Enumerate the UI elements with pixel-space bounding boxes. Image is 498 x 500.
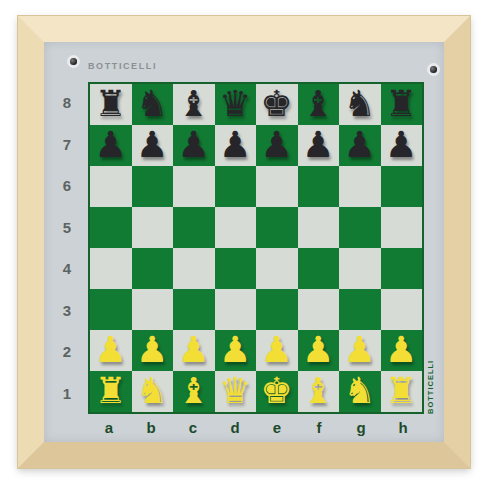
square-f7[interactable]: ♟ — [298, 125, 340, 166]
square-h8[interactable]: ♜ — [381, 84, 423, 125]
piece-black-pawn[interactable]: ♟ — [344, 127, 376, 163]
chess-board: ♜♞♝♛♚♝♞♜♟♟♟♟♟♟♟♟♟♟♟♟♟♟♟♟♜♞♝♛♚♝♞♜ — [88, 82, 424, 414]
square-b5[interactable] — [132, 207, 174, 248]
square-c2[interactable]: ♟ — [173, 330, 215, 371]
file-label-b: b — [130, 414, 172, 440]
rank-label-4: 4 — [44, 248, 86, 290]
square-f2[interactable]: ♟ — [298, 330, 340, 371]
file-label-a: a — [88, 414, 130, 440]
square-e3[interactable] — [256, 289, 298, 330]
square-b8[interactable]: ♞ — [132, 84, 174, 125]
piece-white-pawn[interactable]: ♟ — [261, 332, 293, 368]
piece-white-pawn[interactable]: ♟ — [344, 332, 376, 368]
rank-label-5: 5 — [44, 207, 86, 249]
file-label-h: h — [382, 414, 424, 440]
screw-top-right-icon — [430, 66, 437, 73]
wooden-frame: BOTTICELLI 87654321 ♜♞♝♛♚♝♞♜♟♟♟♟♟♟♟♟♟♟♟♟… — [18, 16, 470, 468]
file-label-d: d — [214, 414, 256, 440]
file-label-g: g — [340, 414, 382, 440]
file-labels: abcdefgh — [88, 414, 424, 440]
square-a1[interactable]: ♜ — [90, 371, 132, 412]
brand-label-top: BOTTICELLI — [88, 61, 157, 71]
piece-black-rook[interactable]: ♜ — [95, 86, 127, 122]
file-label-e: e — [256, 414, 298, 440]
piece-white-rook[interactable]: ♜ — [95, 373, 127, 409]
rank-label-1: 1 — [44, 373, 86, 415]
square-b7[interactable]: ♟ — [132, 125, 174, 166]
square-a8[interactable]: ♜ — [90, 84, 132, 125]
piece-white-pawn[interactable]: ♟ — [178, 332, 210, 368]
square-g5[interactable] — [339, 207, 381, 248]
square-a6[interactable] — [90, 166, 132, 207]
square-b2[interactable]: ♟ — [132, 330, 174, 371]
square-d4[interactable] — [215, 248, 257, 289]
square-g6[interactable] — [339, 166, 381, 207]
piece-white-bishop[interactable]: ♝ — [302, 373, 334, 409]
square-d6[interactable] — [215, 166, 257, 207]
piece-white-knight[interactable]: ♞ — [136, 373, 168, 409]
piece-black-queen[interactable]: ♛ — [219, 86, 251, 122]
square-g3[interactable] — [339, 289, 381, 330]
piece-white-bishop[interactable]: ♝ — [178, 373, 210, 409]
square-a7[interactable]: ♟ — [90, 125, 132, 166]
square-h2[interactable]: ♟ — [381, 330, 423, 371]
square-e1[interactable]: ♚ — [256, 371, 298, 412]
square-g1[interactable]: ♞ — [339, 371, 381, 412]
rank-labels: 87654321 — [44, 82, 86, 414]
piece-white-rook[interactable]: ♜ — [385, 373, 417, 409]
piece-white-queen[interactable]: ♛ — [219, 373, 251, 409]
rank-label-2: 2 — [44, 331, 86, 373]
piece-white-knight[interactable]: ♞ — [344, 373, 376, 409]
square-c1[interactable]: ♝ — [173, 371, 215, 412]
square-h4[interactable] — [381, 248, 423, 289]
square-d3[interactable] — [215, 289, 257, 330]
square-f6[interactable] — [298, 166, 340, 207]
square-d7[interactable]: ♟ — [215, 125, 257, 166]
square-c3[interactable] — [173, 289, 215, 330]
piece-black-pawn[interactable]: ♟ — [385, 127, 417, 163]
screw-top-left-icon — [70, 58, 77, 65]
square-e8[interactable]: ♚ — [256, 84, 298, 125]
piece-black-pawn[interactable]: ♟ — [302, 127, 334, 163]
piece-black-king[interactable]: ♚ — [261, 86, 293, 122]
square-b4[interactable] — [132, 248, 174, 289]
square-f1[interactable]: ♝ — [298, 371, 340, 412]
piece-black-pawn[interactable]: ♟ — [136, 127, 168, 163]
square-g7[interactable]: ♟ — [339, 125, 381, 166]
square-c6[interactable] — [173, 166, 215, 207]
board-panel: BOTTICELLI 87654321 ♜♞♝♛♚♝♞♜♟♟♟♟♟♟♟♟♟♟♟♟… — [44, 42, 444, 442]
piece-black-pawn[interactable]: ♟ — [95, 127, 127, 163]
square-d1[interactable]: ♛ — [215, 371, 257, 412]
square-e6[interactable] — [256, 166, 298, 207]
piece-white-pawn[interactable]: ♟ — [219, 332, 251, 368]
square-d5[interactable] — [215, 207, 257, 248]
square-f3[interactable] — [298, 289, 340, 330]
piece-black-pawn[interactable]: ♟ — [261, 127, 293, 163]
square-d2[interactable]: ♟ — [215, 330, 257, 371]
square-e4[interactable] — [256, 248, 298, 289]
piece-black-bishop[interactable]: ♝ — [178, 86, 210, 122]
square-c7[interactable]: ♟ — [173, 125, 215, 166]
square-g2[interactable]: ♟ — [339, 330, 381, 371]
square-c8[interactable]: ♝ — [173, 84, 215, 125]
square-h5[interactable] — [381, 207, 423, 248]
square-b3[interactable] — [132, 289, 174, 330]
brand-label-side: BOTTICELLI — [426, 358, 435, 414]
piece-black-knight[interactable]: ♞ — [344, 86, 376, 122]
rank-label-3: 3 — [44, 290, 86, 332]
piece-white-pawn[interactable]: ♟ — [385, 332, 417, 368]
piece-black-bishop[interactable]: ♝ — [302, 86, 334, 122]
square-f8[interactable]: ♝ — [298, 84, 340, 125]
piece-white-pawn[interactable]: ♟ — [136, 332, 168, 368]
square-e7[interactable]: ♟ — [256, 125, 298, 166]
file-label-f: f — [298, 414, 340, 440]
rank-label-7: 7 — [44, 124, 86, 166]
piece-black-pawn[interactable]: ♟ — [219, 127, 251, 163]
rank-label-6: 6 — [44, 165, 86, 207]
piece-black-knight[interactable]: ♞ — [136, 86, 168, 122]
square-e5[interactable] — [256, 207, 298, 248]
piece-white-king[interactable]: ♚ — [261, 373, 293, 409]
square-e2[interactable]: ♟ — [256, 330, 298, 371]
photo-background: BOTTICELLI 87654321 ♜♞♝♛♚♝♞♜♟♟♟♟♟♟♟♟♟♟♟♟… — [0, 0, 498, 500]
piece-black-rook[interactable]: ♜ — [385, 86, 417, 122]
piece-black-pawn[interactable]: ♟ — [178, 127, 210, 163]
piece-white-pawn[interactable]: ♟ — [95, 332, 127, 368]
square-g4[interactable] — [339, 248, 381, 289]
square-a2[interactable]: ♟ — [90, 330, 132, 371]
square-h1[interactable]: ♜ — [381, 371, 423, 412]
square-f5[interactable] — [298, 207, 340, 248]
square-f4[interactable] — [298, 248, 340, 289]
square-h3[interactable] — [381, 289, 423, 330]
square-d8[interactable]: ♛ — [215, 84, 257, 125]
square-c5[interactable] — [173, 207, 215, 248]
square-g8[interactable]: ♞ — [339, 84, 381, 125]
file-label-c: c — [172, 414, 214, 440]
square-a5[interactable] — [90, 207, 132, 248]
square-h6[interactable] — [381, 166, 423, 207]
square-a3[interactable] — [90, 289, 132, 330]
square-b1[interactable]: ♞ — [132, 371, 174, 412]
square-c4[interactable] — [173, 248, 215, 289]
square-a4[interactable] — [90, 248, 132, 289]
rank-label-8: 8 — [44, 82, 86, 124]
piece-white-pawn[interactable]: ♟ — [302, 332, 334, 368]
square-h7[interactable]: ♟ — [381, 125, 423, 166]
square-b6[interactable] — [132, 166, 174, 207]
